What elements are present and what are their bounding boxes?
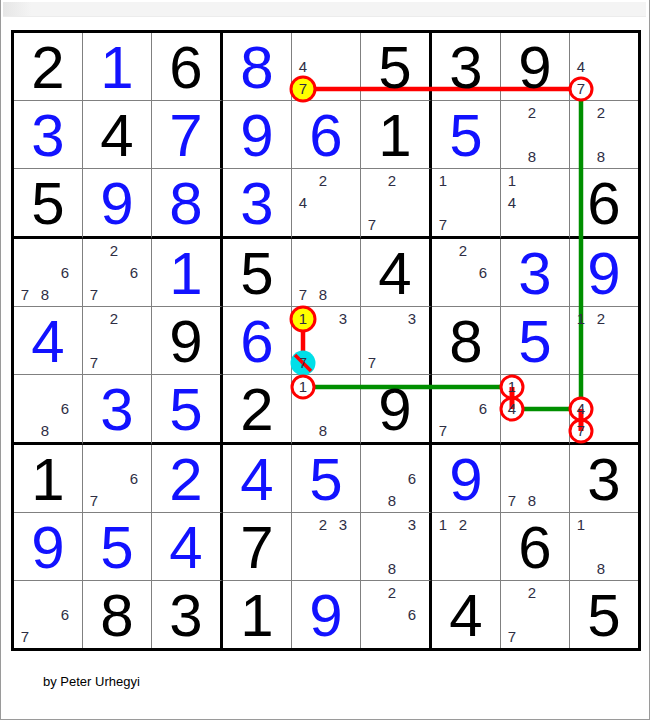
candidate-layer: 67 xyxy=(83,445,151,512)
given-digit: 9 xyxy=(169,309,202,372)
candidate-digit: 7 xyxy=(502,490,522,512)
candidate-layer: 137 xyxy=(292,307,360,374)
cell-r8c1[interactable]: 9 xyxy=(14,513,83,581)
solved-digit: 3 xyxy=(100,377,133,440)
candidate-digit: 8 xyxy=(313,420,333,442)
cell-r9c3[interactable]: 3 xyxy=(152,581,223,648)
candidate-digit: 4 xyxy=(502,398,522,420)
candidate-layer: 27 xyxy=(501,581,569,648)
candidate-digit: 7 xyxy=(15,284,35,306)
candidate-layer: 26 xyxy=(361,581,429,648)
candidate-layer: 78 xyxy=(292,239,360,306)
cell-r8c3[interactable]: 4 xyxy=(152,513,223,581)
cell-r5c9[interactable]: 12 xyxy=(570,307,638,375)
cell-r4c2[interactable]: 267 xyxy=(83,239,152,307)
solved-digit: 3 xyxy=(518,241,551,304)
candidate-digit: 3 xyxy=(402,308,422,330)
solved-digit: 4 xyxy=(240,447,273,510)
candidate-digit: 3 xyxy=(333,308,353,330)
cell-r3c6[interactable]: 27 xyxy=(361,169,432,239)
cell-r3c1[interactable]: 5 xyxy=(14,169,83,239)
candidate-layer: 68 xyxy=(361,445,429,512)
solved-digit: 7 xyxy=(169,103,202,166)
candidate-layer: 27 xyxy=(83,307,151,374)
candidate-digit: 3 xyxy=(333,514,353,536)
candidate-digit: 8 xyxy=(382,558,402,580)
cell-r6c3[interactable]: 5 xyxy=(152,375,223,445)
cell-r8c4[interactable]: 7 xyxy=(223,513,292,581)
cell-r6c6[interactable]: 9 xyxy=(361,375,432,445)
cell-r9c2[interactable]: 8 xyxy=(83,581,152,648)
cell-r9c5[interactable]: 9 xyxy=(292,581,361,648)
candidate-digit: 8 xyxy=(35,284,55,306)
candidate-digit: 6 xyxy=(402,604,422,626)
candidate-digit: 2 xyxy=(591,308,611,330)
candidate-layer: 27 xyxy=(361,169,429,236)
candidate-digit: 8 xyxy=(591,558,611,580)
cell-r2c9[interactable]: 28 xyxy=(570,101,638,169)
given-digit: 1 xyxy=(378,103,411,166)
cell-r3c4[interactable]: 3 xyxy=(223,169,292,239)
cell-r3c8[interactable]: 14 xyxy=(501,169,570,239)
candidate-digit: 2 xyxy=(453,514,473,536)
cell-r3c2[interactable]: 9 xyxy=(83,169,152,239)
candidate-digit: 7 xyxy=(293,352,313,374)
candidate-layer: 38 xyxy=(361,513,429,580)
candidate-digit: 2 xyxy=(313,170,333,192)
candidate-digit: 8 xyxy=(313,284,333,306)
horizontal-scrollbar[interactable] xyxy=(3,2,646,17)
solved-digit: 8 xyxy=(240,35,273,98)
solved-digit: 2 xyxy=(169,447,202,510)
cell-r7c8[interactable]: 78 xyxy=(501,445,570,513)
solved-digit: 9 xyxy=(100,171,133,234)
given-digit: 9 xyxy=(518,35,551,98)
candidate-digit: 4 xyxy=(571,398,591,420)
cell-r3c9[interactable]: 6 xyxy=(570,169,638,239)
cell-r8c2[interactable]: 5 xyxy=(83,513,152,581)
cell-r4c1[interactable]: 678 xyxy=(14,239,83,307)
given-digit: 1 xyxy=(31,447,64,510)
cell-r4c7[interactable]: 26 xyxy=(432,239,501,307)
cell-r7c3[interactable]: 2 xyxy=(152,445,223,513)
candidate-digit: 7 xyxy=(502,626,522,648)
cell-r2c3[interactable]: 7 xyxy=(152,101,223,169)
candidate-digit: 6 xyxy=(473,398,493,420)
author-credit: by Peter Urhegyi xyxy=(43,674,140,689)
cell-r1c7[interactable]: 3 xyxy=(432,33,501,101)
candidate-layer: 26 xyxy=(432,239,500,306)
candidate-layer: 47 xyxy=(570,375,638,442)
candidate-layer: 28 xyxy=(570,101,638,168)
cell-r2c7[interactable]: 5 xyxy=(432,101,501,169)
candidate-layer: 18 xyxy=(292,375,360,442)
solved-digit: 6 xyxy=(309,103,342,166)
cell-r5c4[interactable]: 6 xyxy=(223,307,292,375)
cell-r6c7[interactable]: 67 xyxy=(432,375,501,445)
solved-digit: 6 xyxy=(240,309,273,372)
given-digit: 6 xyxy=(169,35,202,98)
candidate-layer: 17 xyxy=(432,169,500,236)
cell-r1c3[interactable]: 6 xyxy=(152,33,223,101)
cell-r8c5[interactable]: 23 xyxy=(292,513,361,581)
given-digit: 6 xyxy=(518,515,551,578)
candidate-digit: 7 xyxy=(293,284,313,306)
given-digit: 3 xyxy=(169,583,202,646)
candidate-digit: 1 xyxy=(502,376,522,398)
cell-r2c2[interactable]: 4 xyxy=(83,101,152,169)
candidate-digit: 2 xyxy=(591,102,611,124)
candidate-digit: 1 xyxy=(433,170,453,192)
solved-digit: 9 xyxy=(587,241,620,304)
cell-r5c5[interactable]: 137 xyxy=(292,307,361,375)
cell-r7c2[interactable]: 67 xyxy=(83,445,152,513)
sudoku-board: 2168475394734796152828598324271714667826… xyxy=(11,30,641,651)
given-digit: 3 xyxy=(587,447,620,510)
candidate-layer: 47 xyxy=(292,33,360,100)
given-digit: 2 xyxy=(240,377,273,440)
candidate-digit: 7 xyxy=(571,420,591,442)
solved-digit: 5 xyxy=(169,377,202,440)
given-digit: 5 xyxy=(587,583,620,646)
candidate-layer: 24 xyxy=(292,169,360,236)
cell-r5c7[interactable]: 8 xyxy=(432,307,501,375)
cell-r7c6[interactable]: 68 xyxy=(361,445,432,513)
cell-r8c8[interactable]: 6 xyxy=(501,513,570,581)
cell-r6c2[interactable]: 3 xyxy=(83,375,152,445)
candidate-digit: 6 xyxy=(55,262,75,284)
cell-r5c2[interactable]: 27 xyxy=(83,307,152,375)
cell-r2c5[interactable]: 6 xyxy=(292,101,361,169)
candidate-digit: 2 xyxy=(313,514,333,536)
candidate-digit: 6 xyxy=(124,262,144,284)
cell-r3c7[interactable]: 17 xyxy=(432,169,501,239)
candidate-digit: 2 xyxy=(104,240,124,262)
solved-digit: 5 xyxy=(309,447,342,510)
solved-digit: 3 xyxy=(31,103,64,166)
cell-r6c5[interactable]: 18 xyxy=(292,375,361,445)
cell-r8c7[interactable]: 12 xyxy=(432,513,501,581)
candidate-digit: 6 xyxy=(55,604,75,626)
solved-digit: 1 xyxy=(169,241,202,304)
candidate-layer: 78 xyxy=(501,445,569,512)
given-digit: 5 xyxy=(240,241,273,304)
candidate-digit: 1 xyxy=(571,514,591,536)
given-digit: 5 xyxy=(31,171,64,234)
cell-r6c4[interactable]: 2 xyxy=(223,375,292,445)
candidate-digit: 7 xyxy=(362,214,382,236)
cell-r2c4[interactable]: 9 xyxy=(223,101,292,169)
cell-r9c1[interactable]: 67 xyxy=(14,581,83,648)
candidate-digit: 8 xyxy=(591,146,611,168)
candidate-digit: 1 xyxy=(433,514,453,536)
given-digit: 4 xyxy=(100,103,133,166)
candidate-digit: 7 xyxy=(84,284,104,306)
cell-r6c8[interactable]: 14 xyxy=(501,375,570,445)
cell-r9c8[interactable]: 27 xyxy=(501,581,570,648)
solved-digit: 4 xyxy=(31,309,64,372)
candidate-layer: 47 xyxy=(570,33,638,100)
candidate-layer: 14 xyxy=(501,169,569,236)
cell-r8c6[interactable]: 38 xyxy=(361,513,432,581)
candidate-layer: 678 xyxy=(14,239,82,306)
solved-digit: 9 xyxy=(31,515,64,578)
candidate-digit: 2 xyxy=(453,240,473,262)
solved-digit: 1 xyxy=(100,35,133,98)
candidate-digit: 8 xyxy=(522,490,542,512)
candidate-digit: 6 xyxy=(124,468,144,490)
candidate-digit: 1 xyxy=(293,308,313,330)
candidate-digit: 7 xyxy=(433,214,453,236)
candidate-digit: 7 xyxy=(362,352,382,374)
cell-r1c9[interactable]: 47 xyxy=(570,33,638,101)
cell-r7c9[interactable]: 3 xyxy=(570,445,638,513)
solved-digit: 5 xyxy=(100,515,133,578)
candidate-digit: 7 xyxy=(84,352,104,374)
candidate-digit: 2 xyxy=(382,582,402,604)
cell-r3c5[interactable]: 24 xyxy=(292,169,361,239)
cell-r6c1[interactable]: 68 xyxy=(14,375,83,445)
cell-r9c6[interactable]: 26 xyxy=(361,581,432,648)
candidate-layer: 68 xyxy=(14,375,82,442)
candidate-layer: 67 xyxy=(432,375,500,442)
cell-r4c9[interactable]: 9 xyxy=(570,239,638,307)
candidate-digit: 1 xyxy=(571,308,591,330)
cell-r1c8[interactable]: 9 xyxy=(501,33,570,101)
candidate-digit: 8 xyxy=(522,146,542,168)
given-digit: 7 xyxy=(240,515,273,578)
cell-r9c4[interactable]: 1 xyxy=(223,581,292,648)
solved-digit: 5 xyxy=(518,309,551,372)
sudoku-app-window: 2168475394734796152828598324271714667826… xyxy=(0,0,650,720)
cell-r9c9[interactable]: 5 xyxy=(570,581,638,648)
candidate-digit: 2 xyxy=(382,170,402,192)
cell-r1c6[interactable]: 5 xyxy=(361,33,432,101)
candidate-digit: 1 xyxy=(293,376,313,398)
cell-r1c4[interactable]: 8 xyxy=(223,33,292,101)
cell-r1c1[interactable]: 2 xyxy=(14,33,83,101)
cell-r6c9[interactable]: 47 xyxy=(570,375,638,445)
cell-r4c4[interactable]: 5 xyxy=(223,239,292,307)
solved-digit: 9 xyxy=(240,103,273,166)
cell-r7c7[interactable]: 9 xyxy=(432,445,501,513)
solved-digit: 9 xyxy=(449,447,482,510)
candidate-digit: 4 xyxy=(502,192,522,214)
candidate-digit: 7 xyxy=(84,490,104,512)
cell-r8c9[interactable]: 18 xyxy=(570,513,638,581)
solved-digit: 9 xyxy=(309,583,342,646)
cell-r4c3[interactable]: 1 xyxy=(152,239,223,307)
candidate-digit: 6 xyxy=(473,262,493,284)
solved-digit: 5 xyxy=(449,103,482,166)
candidate-layer: 37 xyxy=(361,307,429,374)
solved-digit: 8 xyxy=(169,171,202,234)
candidate-digit: 7 xyxy=(293,78,313,100)
candidate-layer: 18 xyxy=(570,513,638,580)
candidate-layer: 12 xyxy=(570,307,638,374)
cell-r2c8[interactable]: 28 xyxy=(501,101,570,169)
solved-digit: 3 xyxy=(240,171,273,234)
candidate-digit: 2 xyxy=(522,582,542,604)
given-digit: 3 xyxy=(449,35,482,98)
given-digit: 8 xyxy=(100,583,133,646)
cell-r4c5[interactable]: 78 xyxy=(292,239,361,307)
given-digit: 8 xyxy=(449,309,482,372)
cell-r4c8[interactable]: 3 xyxy=(501,239,570,307)
cell-r7c1[interactable]: 1 xyxy=(14,445,83,513)
cell-r2c6[interactable]: 1 xyxy=(361,101,432,169)
given-digit: 2 xyxy=(31,35,64,98)
candidate-layer: 12 xyxy=(432,513,500,580)
cell-r9c7[interactable]: 4 xyxy=(432,581,501,648)
candidate-layer: 267 xyxy=(83,239,151,306)
candidate-digit: 1 xyxy=(502,170,522,192)
candidate-layer: 28 xyxy=(501,101,569,168)
cell-r5c1[interactable]: 4 xyxy=(14,307,83,375)
cell-r3c3[interactable]: 8 xyxy=(152,169,223,239)
candidate-layer: 67 xyxy=(14,581,82,648)
given-digit: 6 xyxy=(587,171,620,234)
candidate-digit: 4 xyxy=(293,56,313,78)
candidate-digit: 7 xyxy=(433,420,453,442)
candidate-digit: 8 xyxy=(382,490,402,512)
candidate-digit: 2 xyxy=(522,102,542,124)
cell-r5c8[interactable]: 5 xyxy=(501,307,570,375)
candidate-digit: 3 xyxy=(402,514,422,536)
candidate-digit: 8 xyxy=(35,420,55,442)
given-digit: 4 xyxy=(449,583,482,646)
given-digit: 9 xyxy=(378,377,411,440)
cell-r1c2[interactable]: 1 xyxy=(83,33,152,101)
candidate-digit: 7 xyxy=(571,78,591,100)
solved-digit: 4 xyxy=(169,515,202,578)
cell-r7c5[interactable]: 5 xyxy=(292,445,361,513)
candidate-digit: 6 xyxy=(402,468,422,490)
candidate-layer: 23 xyxy=(292,513,360,580)
cell-r7c4[interactable]: 4 xyxy=(223,445,292,513)
cell-r4c6[interactable]: 4 xyxy=(361,239,432,307)
given-digit: 1 xyxy=(240,583,273,646)
cell-r5c3[interactable]: 9 xyxy=(152,307,223,375)
candidate-digit: 4 xyxy=(293,192,313,214)
candidate-digit: 2 xyxy=(104,308,124,330)
cell-r1c5[interactable]: 47 xyxy=(292,33,361,101)
candidate-layer: 14 xyxy=(501,375,569,442)
candidate-digit: 4 xyxy=(571,56,591,78)
cell-r5c6[interactable]: 37 xyxy=(361,307,432,375)
cell-r2c1[interactable]: 3 xyxy=(14,101,83,169)
candidate-digit: 6 xyxy=(55,398,75,420)
candidate-digit: 7 xyxy=(15,626,35,648)
given-digit: 4 xyxy=(378,241,411,304)
given-digit: 5 xyxy=(378,35,411,98)
